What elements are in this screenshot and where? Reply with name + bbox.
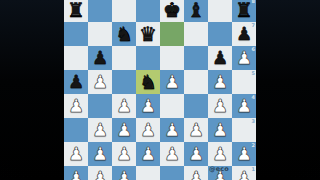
square-c3[interactable]: ♟ [112,118,136,142]
square-h2[interactable]: ♟2 [232,142,256,166]
square-b2[interactable]: ♟ [88,142,112,166]
piece-white-pawn[interactable]: ♟ [136,118,160,142]
piece-white-pawn[interactable]: ♟ [160,70,184,94]
square-d5[interactable]: ♞ [136,70,160,94]
piece-white-pawn[interactable]: ♟ [232,142,256,166]
square-f2[interactable]: ♟ [184,142,208,166]
square-a7[interactable] [64,22,88,46]
square-c4[interactable]: ♟ [112,94,136,118]
square-c5[interactable] [112,70,136,94]
square-f8[interactable]: ♝ [184,0,208,22]
square-c8[interactable] [112,0,136,22]
square-f3[interactable]: ♟ [184,118,208,142]
piece-black-rook[interactable]: ♜ [232,0,256,22]
square-h1[interactable]: ♟1h [232,166,256,180]
square-h5[interactable]: 5 [232,70,256,94]
square-e6[interactable] [160,46,184,70]
piece-white-pawn[interactable]: ♟ [64,94,88,118]
piece-black-queen[interactable]: ♛ [136,22,160,46]
square-d7[interactable]: ♛ [136,22,160,46]
piece-white-pawn[interactable]: ♟ [184,118,208,142]
square-f6[interactable] [184,46,208,70]
chess-board[interactable]: ♜♚♝♜8♞♛♟7♟♟♟6♟♟♞♟♟5♟♟♟♟♟4♟♟♟♟♟♟3♟♟♟♟♟♟♟♟… [64,0,256,180]
piece-white-pawn[interactable]: ♟ [208,142,232,166]
square-d6[interactable] [136,46,160,70]
piece-white-pawn[interactable]: ♟ [112,118,136,142]
piece-white-pawn[interactable]: ♟ [232,46,256,70]
square-d2[interactable]: ♟ [136,142,160,166]
square-g8[interactable] [208,0,232,22]
square-a4[interactable]: ♟ [64,94,88,118]
square-f4[interactable] [184,94,208,118]
square-c7[interactable]: ♞ [112,22,136,46]
square-a5[interactable]: ♟ [64,70,88,94]
piece-white-pawn[interactable]: ♟ [88,166,112,180]
square-b6[interactable]: ♟ [88,46,112,70]
letterbox-left [0,0,64,180]
piece-black-pawn[interactable]: ♟ [64,70,88,94]
square-b3[interactable]: ♟ [88,118,112,142]
square-a3[interactable] [64,118,88,142]
square-b7[interactable] [88,22,112,46]
square-g1[interactable]: ♟g [208,166,232,180]
square-h3[interactable]: 3 [232,118,256,142]
piece-white-pawn[interactable]: ♟ [208,70,232,94]
square-b8[interactable] [88,0,112,22]
piece-white-pawn[interactable]: ♟ [112,142,136,166]
square-g2[interactable]: ♟ [208,142,232,166]
piece-white-pawn[interactable]: ♟ [208,94,232,118]
square-e1[interactable]: e [160,166,184,180]
square-f7[interactable] [184,22,208,46]
square-f1[interactable]: ♟f [184,166,208,180]
square-h4[interactable]: ♟4 [232,94,256,118]
square-a6[interactable] [64,46,88,70]
piece-black-king[interactable]: ♚ [160,0,184,22]
square-e8[interactable]: ♚ [160,0,184,22]
square-g7[interactable] [208,22,232,46]
piece-black-pawn[interactable]: ♟ [88,46,112,70]
piece-white-pawn[interactable]: ♟ [160,118,184,142]
piece-black-bishop[interactable]: ♝ [184,0,208,22]
piece-white-pawn[interactable]: ♟ [232,94,256,118]
piece-white-pawn[interactable]: ♟ [160,142,184,166]
square-e7[interactable] [160,22,184,46]
piece-white-pawn[interactable]: ♟ [184,142,208,166]
square-e5[interactable]: ♟ [160,70,184,94]
square-b5[interactable]: ♟ [88,70,112,94]
piece-black-pawn[interactable]: ♟ [232,22,256,46]
square-a8[interactable]: ♜ [64,0,88,22]
square-b1[interactable]: ♟b [88,166,112,180]
piece-white-pawn[interactable]: ♟ [64,166,88,180]
piece-white-pawn[interactable]: ♟ [136,142,160,166]
piece-black-rook[interactable]: ♜ [64,0,88,22]
square-b4[interactable] [88,94,112,118]
piece-white-pawn[interactable]: ♟ [208,166,232,180]
square-g6[interactable]: ♟ [208,46,232,70]
piece-white-pawn[interactable]: ♟ [232,166,256,180]
square-c1[interactable]: ♟c [112,166,136,180]
square-g5[interactable]: ♟ [208,70,232,94]
square-d4[interactable]: ♟ [136,94,160,118]
piece-white-pawn[interactable]: ♟ [208,118,232,142]
square-f5[interactable] [184,70,208,94]
coordinate-rank-3: 3 [252,119,255,124]
coordinate-rank-5: 5 [252,71,255,76]
piece-white-pawn[interactable]: ♟ [112,94,136,118]
piece-white-pawn[interactable]: ♟ [88,142,112,166]
square-d3[interactable]: ♟ [136,118,160,142]
square-g4[interactable]: ♟ [208,94,232,118]
square-c6[interactable] [112,46,136,70]
piece-white-pawn[interactable]: ♟ [88,118,112,142]
letterbox-right [256,0,320,180]
piece-black-knight[interactable]: ♞ [136,70,160,94]
square-e4[interactable] [160,94,184,118]
piece-white-pawn[interactable]: ♟ [64,142,88,166]
square-h6[interactable]: ♟6 [232,46,256,70]
square-a2[interactable]: ♟ [64,142,88,166]
piece-white-pawn[interactable]: ♟ [184,166,208,180]
square-d8[interactable] [136,0,160,22]
piece-white-pawn[interactable]: ♟ [88,70,112,94]
piece-black-pawn[interactable]: ♟ [208,46,232,70]
square-h8[interactable]: ♜8 [232,0,256,22]
video-frame: ♜♚♝♜8♞♛♟7♟♟♟6♟♟♞♟♟5♟♟♟♟♟4♟♟♟♟♟♟3♟♟♟♟♟♟♟♟… [0,0,320,180]
square-d1[interactable]: d [136,166,160,180]
piece-white-pawn[interactable]: ♟ [136,94,160,118]
square-e3[interactable]: ♟ [160,118,184,142]
square-a1[interactable]: ♟a [64,166,88,180]
square-e2[interactable]: ♟ [160,142,184,166]
square-h7[interactable]: ♟7 [232,22,256,46]
square-c2[interactable]: ♟ [112,142,136,166]
piece-white-pawn[interactable]: ♟ [112,166,136,180]
piece-black-knight[interactable]: ♞ [112,22,136,46]
square-g3[interactable]: ♟ [208,118,232,142]
